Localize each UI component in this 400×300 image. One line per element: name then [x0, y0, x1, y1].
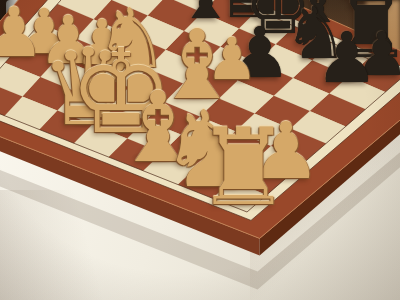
black-queen-d8: ♛: [215, 0, 276, 28]
white-queen-c2-shadow: [58, 114, 113, 129]
white-pawn-b4-shadow: [26, 48, 58, 57]
white-king-d2-shadow: [88, 120, 148, 136]
black-rook-h7-shadow: [345, 49, 393, 62]
black-pawn-e6-shadow: [240, 70, 276, 80]
white-bishop-f1-shadow: [130, 150, 181, 164]
black-queen-d8-shadow: [226, 10, 261, 20]
white-knight-e5: ♞: [95, 0, 169, 80]
black-pawn-g6-shadow: [327, 75, 363, 85]
white-pawn-b4: ♟: [16, 1, 72, 63]
white-knight-g1: ♞: [159, 97, 254, 203]
white-knight-e5-shadow: [109, 59, 152, 70]
white-pawn-c4: ♟: [38, 8, 97, 74]
white-pawn-c4-shadow: [49, 57, 83, 66]
black-bishop-c8: ♝: [179, 0, 233, 27]
white-pawn-f5-shadow: [215, 73, 245, 81]
white-bishop-f4-shadow: [170, 88, 220, 101]
black-bishop-f8-shadow: [303, 17, 330, 24]
white-knight-g1-shadow: [177, 176, 232, 191]
white-pawn-d4: ♟: [74, 12, 130, 74]
black-knight-g7: ♞: [284, 0, 349, 69]
white-pawn-h3-shadow: [264, 170, 305, 181]
white-bishop-f1: ♝: [114, 78, 202, 176]
black-pawn-h6: ♟: [355, 24, 400, 84]
black-bishop-f8: ♝: [295, 0, 342, 30]
white-bishop-f4: ♝: [154, 17, 240, 113]
white-rook-h1-shadow: [213, 194, 268, 209]
white-queen-c2: ♛: [40, 35, 135, 141]
black-pawn-h6-shadow: [365, 69, 396, 77]
white-pawn-h3: ♟: [251, 112, 321, 190]
white-pawn-f5: ♟: [206, 30, 258, 88]
white-pawn-a4: ♟: [0, 0, 44, 67]
black-pawn-e6: ♟: [229, 18, 292, 88]
black-rook-h7: ♜: [330, 0, 400, 72]
black-king-e8-shadow: [257, 25, 295, 35]
white-rook-h1: ♜: [195, 115, 290, 221]
white-pawn-a4-shadow: [0, 49, 30, 59]
black-pawn-g6: ♟: [316, 23, 379, 93]
white-pawn-d4-shadow: [84, 59, 116, 68]
black-bishop-c8-shadow: [189, 12, 220, 20]
chess-photo-scene: ♟♟♟♟♛♚♞♝♝♟♞♜♟♝♛♚♝♞♜♟♟♟: [0, 0, 400, 300]
white-king-d2: ♚: [69, 34, 173, 150]
black-knight-g7-shadow: [295, 51, 332, 61]
pieces-layer: ♟♟♟♟♛♚♞♝♝♟♞♜♟♝♛♚♝♞♜♟♟♟: [0, 0, 400, 300]
black-king-e8: ♚: [245, 0, 311, 44]
